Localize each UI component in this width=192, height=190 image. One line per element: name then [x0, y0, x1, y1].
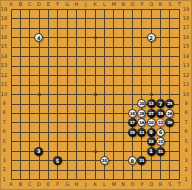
column-label: N	[119, 2, 127, 7]
row-label: 14	[0, 54, 8, 59]
column-label: K	[91, 2, 99, 7]
move-number: 12	[158, 120, 163, 125]
black-stone-9: 9	[147, 128, 156, 137]
row-label: 2	[0, 167, 8, 172]
grid-horizontal-line	[11, 170, 180, 171]
column-label: P	[138, 2, 146, 7]
column-label: L	[101, 182, 109, 187]
move-number: 21	[139, 158, 144, 163]
black-stone-31: 31	[156, 147, 165, 156]
row-label: 3	[182, 158, 190, 163]
row-label: 6	[182, 129, 190, 134]
move-number: 9	[149, 129, 152, 135]
white-stone-18: 18	[128, 109, 137, 118]
black-stone-15: 15	[128, 128, 137, 137]
black-stone-17: 17	[128, 118, 137, 127]
white-stone-22: 22	[156, 137, 165, 146]
row-label: 17	[182, 25, 190, 30]
row-label: 12	[182, 73, 190, 78]
move-number: 10	[149, 120, 154, 125]
black-stone-5: 5	[53, 156, 62, 165]
row-label: 9	[0, 101, 8, 106]
column-label: L	[101, 2, 109, 7]
column-label: C	[26, 2, 34, 7]
black-stone-7: 7	[156, 99, 165, 108]
move-number: 11	[139, 130, 144, 135]
grid-horizontal-line	[11, 160, 180, 161]
row-label: 8	[182, 110, 190, 115]
grid-vertical-line	[169, 9, 170, 180]
white-stone-26: 26	[165, 109, 174, 118]
black-stone-1: 1	[147, 147, 156, 156]
row-label: 10	[0, 92, 8, 97]
grid-vertical-line	[123, 9, 124, 180]
row-label: 8	[0, 110, 8, 115]
column-label: P	[138, 182, 146, 187]
white-stone-8: 8	[128, 156, 137, 165]
column-label: M	[110, 2, 118, 7]
row-label: 6	[0, 129, 8, 134]
go-board[interactable]: AABBCCDDEEFFGGHHJJKKLLMMNNOOPPQQRRSSTT19…	[0, 0, 192, 190]
row-label: 12	[0, 73, 8, 78]
column-label: R	[157, 2, 165, 7]
move-number: 25	[167, 101, 172, 106]
column-label: A	[7, 2, 15, 7]
column-label: G	[63, 2, 71, 7]
move-number: 17	[130, 120, 135, 125]
move-number: 3	[37, 148, 40, 154]
row-label: 4	[182, 148, 190, 153]
column-label: F	[54, 2, 62, 7]
column-label: D	[35, 2, 43, 7]
row-label: 7	[0, 120, 8, 125]
row-label: 13	[0, 63, 8, 68]
black-stone-21: 21	[137, 156, 146, 165]
row-label: 15	[0, 44, 8, 49]
column-label: A	[7, 182, 15, 187]
column-label: H	[72, 2, 80, 7]
row-label: 2	[182, 167, 190, 172]
move-number: 16	[139, 120, 144, 125]
black-stone-3: 3	[34, 147, 43, 156]
row-label: 9	[182, 101, 190, 106]
column-label: O	[129, 182, 137, 187]
row-label: 3	[0, 158, 8, 163]
hoshi-point	[38, 93, 41, 96]
row-label: 18	[182, 16, 190, 21]
move-number: 19	[158, 111, 163, 116]
column-label: B	[16, 182, 24, 187]
move-number: 4	[37, 35, 40, 41]
move-number: 31	[158, 149, 163, 154]
column-label: M	[110, 182, 118, 187]
column-label: G	[63, 182, 71, 187]
column-label: H	[72, 182, 80, 187]
black-stone-13: 13	[147, 99, 156, 108]
move-number: 28	[139, 111, 144, 116]
black-stone-11: 11	[137, 128, 146, 137]
column-label: E	[44, 182, 52, 187]
move-number: 8	[131, 158, 134, 164]
grid-vertical-line	[104, 9, 105, 180]
row-label: 19	[0, 7, 8, 12]
column-label: N	[119, 182, 127, 187]
column-label: J	[82, 182, 90, 187]
move-number: 2	[149, 35, 152, 41]
column-label: C	[26, 182, 34, 187]
grid-vertical-line	[132, 9, 133, 180]
grid-vertical-line	[179, 9, 180, 180]
column-label: Q	[147, 182, 155, 187]
row-label: 17	[0, 25, 8, 30]
row-label: 5	[182, 139, 190, 144]
column-label: J	[82, 2, 90, 7]
row-label: 1	[182, 177, 190, 182]
white-stone-10: 10	[147, 118, 156, 127]
column-label: B	[16, 2, 24, 7]
white-stone-12: 12	[156, 118, 165, 127]
row-label: 11	[0, 82, 8, 87]
row-label: 16	[182, 35, 190, 40]
black-stone-19: 19	[156, 109, 165, 118]
move-number: 1	[149, 148, 152, 154]
hoshi-point	[94, 93, 97, 96]
white-stone-20: 20	[137, 99, 146, 108]
black-stone-23: 23	[147, 137, 156, 146]
white-stone-28: 28	[137, 109, 146, 118]
hoshi-point	[150, 93, 153, 96]
move-number: 20	[139, 101, 144, 106]
move-number: 15	[130, 130, 135, 135]
row-label: 16	[0, 35, 8, 40]
column-label: D	[35, 182, 43, 187]
move-number: 23	[149, 139, 154, 144]
hoshi-point	[94, 150, 97, 153]
black-stone-29: 29	[165, 118, 174, 127]
move-number: 6	[159, 129, 162, 135]
row-label: 13	[182, 63, 190, 68]
white-stone-24: 24	[100, 156, 109, 165]
column-label: S	[166, 2, 174, 7]
column-label: F	[54, 182, 62, 187]
black-stone-27: 27	[147, 109, 156, 118]
white-stone-16: 16	[137, 118, 146, 127]
row-label: 19	[182, 7, 190, 12]
row-label: 11	[182, 82, 190, 87]
column-label: Q	[147, 2, 155, 7]
move-number: 26	[167, 111, 172, 116]
move-number: 29	[167, 120, 172, 125]
grid-horizontal-line	[11, 179, 180, 180]
black-stone-25: 25	[165, 99, 174, 108]
row-label: 7	[182, 120, 190, 125]
white-stone-4: 4	[34, 33, 43, 42]
move-number: 24	[102, 158, 107, 163]
row-label: 18	[0, 16, 8, 21]
row-label: 10	[182, 92, 190, 97]
column-label: E	[44, 2, 52, 7]
column-label: S	[166, 182, 174, 187]
move-number: 18	[130, 111, 135, 116]
column-label: R	[157, 182, 165, 187]
row-label: 1	[0, 177, 8, 182]
column-label: O	[129, 2, 137, 7]
move-number: 13	[149, 101, 154, 106]
move-number: 27	[149, 111, 154, 116]
column-label: T	[175, 182, 183, 187]
row-label: 14	[182, 54, 190, 59]
move-number: 7	[159, 101, 162, 107]
grid-vertical-line	[141, 9, 142, 180]
white-stone-2: 2	[147, 33, 156, 42]
row-label: 15	[182, 44, 190, 49]
move-number: 5	[56, 158, 59, 164]
row-label: 4	[0, 148, 8, 153]
hoshi-point	[94, 36, 97, 39]
column-label: K	[91, 182, 99, 187]
grid-vertical-line	[113, 9, 114, 180]
move-number: 22	[158, 139, 163, 144]
white-stone-6: 6	[156, 128, 165, 137]
row-label: 5	[0, 139, 8, 144]
